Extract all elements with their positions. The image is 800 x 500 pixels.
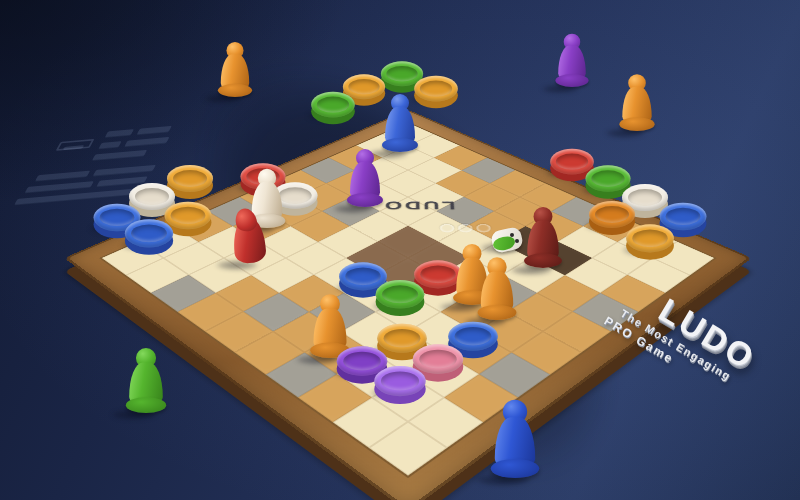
pieces-layer xyxy=(0,0,800,500)
ludo-scene: LUDO LUDO The Most Engaging PRO Game xyxy=(0,0,800,500)
purpleLight-token[interactable] xyxy=(374,366,426,404)
dice[interactable] xyxy=(492,229,522,251)
purple-pawn[interactable] xyxy=(347,149,383,207)
green-pawn[interactable] xyxy=(126,348,166,413)
orange-pawn[interactable] xyxy=(478,257,517,320)
orange-pawn[interactable] xyxy=(218,42,252,97)
blue-token[interactable] xyxy=(125,219,173,255)
yellow-token[interactable] xyxy=(414,76,458,108)
red-figure[interactable] xyxy=(231,208,267,263)
orange-pawn[interactable] xyxy=(619,74,654,131)
green-token[interactable] xyxy=(376,280,425,316)
yellow-token[interactable] xyxy=(626,224,674,259)
blueBright-pawn[interactable] xyxy=(491,400,540,478)
maroon-pawn[interactable] xyxy=(524,207,562,268)
purple-pawn[interactable] xyxy=(555,34,588,87)
green-token[interactable] xyxy=(311,92,355,124)
blue-pawn[interactable] xyxy=(382,94,418,152)
